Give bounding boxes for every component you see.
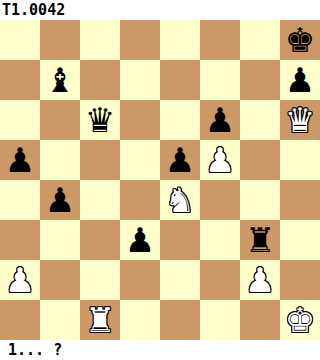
square-h2[interactable] xyxy=(280,260,320,300)
square-f7[interactable] xyxy=(200,60,240,100)
square-a1[interactable] xyxy=(0,300,40,340)
black-pawn-h7[interactable]: ♟ xyxy=(285,60,315,100)
square-e1[interactable] xyxy=(160,300,200,340)
square-h1[interactable]: ♚ xyxy=(280,300,320,340)
square-g2[interactable]: ♟ xyxy=(240,260,280,300)
square-f3[interactable] xyxy=(200,220,240,260)
white-pawn-a2[interactable]: ♟ xyxy=(5,260,35,300)
square-e3[interactable] xyxy=(160,220,200,260)
black-rook-g3[interactable]: ♜ xyxy=(245,220,275,260)
square-a8[interactable] xyxy=(0,20,40,60)
title-bar: T1.0042 xyxy=(0,0,320,20)
white-queen-h6[interactable]: ♛ xyxy=(285,100,315,140)
square-f5[interactable]: ♟ xyxy=(200,140,240,180)
square-c8[interactable] xyxy=(80,20,120,60)
square-h8[interactable]: ♚ xyxy=(280,20,320,60)
square-e5[interactable]: ♟ xyxy=(160,140,200,180)
white-knight-e4[interactable]: ♞ xyxy=(165,180,195,220)
square-h3[interactable] xyxy=(280,220,320,260)
square-c6[interactable]: ♛ xyxy=(80,100,120,140)
white-king-h1[interactable]: ♚ xyxy=(285,300,315,340)
square-f6[interactable]: ♟ xyxy=(200,100,240,140)
square-a2[interactable]: ♟ xyxy=(0,260,40,300)
square-b3[interactable] xyxy=(40,220,80,260)
square-a6[interactable] xyxy=(0,100,40,140)
status-bar: 1... ? xyxy=(0,340,320,360)
square-c1[interactable]: ♜ xyxy=(80,300,120,340)
square-g4[interactable] xyxy=(240,180,280,220)
square-b2[interactable] xyxy=(40,260,80,300)
white-rook-c1[interactable]: ♜ xyxy=(85,300,115,340)
square-h5[interactable] xyxy=(280,140,320,180)
square-g5[interactable] xyxy=(240,140,280,180)
square-h6[interactable]: ♛ xyxy=(280,100,320,140)
black-queen-c6[interactable]: ♛ xyxy=(85,100,115,140)
puzzle-id: T1.0042 xyxy=(2,1,65,19)
square-b8[interactable] xyxy=(40,20,80,60)
square-a7[interactable] xyxy=(0,60,40,100)
square-d5[interactable] xyxy=(120,140,160,180)
square-e4[interactable]: ♞ xyxy=(160,180,200,220)
black-pawn-f6[interactable]: ♟ xyxy=(205,100,235,140)
black-pawn-a5[interactable]: ♟ xyxy=(5,140,35,180)
square-a4[interactable] xyxy=(0,180,40,220)
square-b7[interactable]: ♝ xyxy=(40,60,80,100)
chess-board: ♚♝♟♛♟♛♟♟♟♟♞♟♜♟♟♜♚ xyxy=(0,20,320,340)
square-h7[interactable]: ♟ xyxy=(280,60,320,100)
square-f2[interactable] xyxy=(200,260,240,300)
square-f8[interactable] xyxy=(200,20,240,60)
black-pawn-b4[interactable]: ♟ xyxy=(45,180,75,220)
square-d6[interactable] xyxy=(120,100,160,140)
square-c2[interactable] xyxy=(80,260,120,300)
square-e2[interactable] xyxy=(160,260,200,300)
square-b5[interactable] xyxy=(40,140,80,180)
square-c3[interactable] xyxy=(80,220,120,260)
black-pawn-d3[interactable]: ♟ xyxy=(125,220,155,260)
square-e6[interactable] xyxy=(160,100,200,140)
square-g6[interactable] xyxy=(240,100,280,140)
square-b1[interactable] xyxy=(40,300,80,340)
square-c4[interactable] xyxy=(80,180,120,220)
square-d8[interactable] xyxy=(120,20,160,60)
square-f4[interactable] xyxy=(200,180,240,220)
square-f1[interactable] xyxy=(200,300,240,340)
square-e8[interactable] xyxy=(160,20,200,60)
square-a5[interactable]: ♟ xyxy=(0,140,40,180)
square-g3[interactable]: ♜ xyxy=(240,220,280,260)
square-g1[interactable] xyxy=(240,300,280,340)
white-pawn-f5[interactable]: ♟ xyxy=(205,140,235,180)
square-g8[interactable] xyxy=(240,20,280,60)
square-d7[interactable] xyxy=(120,60,160,100)
black-pawn-e5[interactable]: ♟ xyxy=(165,140,195,180)
square-d2[interactable] xyxy=(120,260,160,300)
square-h4[interactable] xyxy=(280,180,320,220)
square-e7[interactable] xyxy=(160,60,200,100)
white-pawn-g2[interactable]: ♟ xyxy=(245,260,275,300)
square-b6[interactable] xyxy=(40,100,80,140)
black-king-h8[interactable]: ♚ xyxy=(285,20,315,60)
move-prompt: 1... ? xyxy=(8,341,62,359)
square-c5[interactable] xyxy=(80,140,120,180)
square-d3[interactable]: ♟ xyxy=(120,220,160,260)
square-c7[interactable] xyxy=(80,60,120,100)
square-a3[interactable] xyxy=(0,220,40,260)
square-b4[interactable]: ♟ xyxy=(40,180,80,220)
square-g7[interactable] xyxy=(240,60,280,100)
square-d1[interactable] xyxy=(120,300,160,340)
square-d4[interactable] xyxy=(120,180,160,220)
black-bishop-b7[interactable]: ♝ xyxy=(45,60,75,100)
